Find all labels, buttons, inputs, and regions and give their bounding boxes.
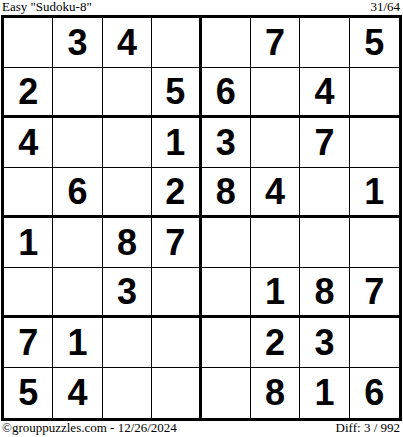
cell-r1c7 <box>300 18 349 68</box>
cell-r8c5 <box>202 368 251 418</box>
cell-r3c3 <box>103 118 152 168</box>
header: Easy "Sudoku-8" 31/64 <box>2 0 400 14</box>
cell-r5c4: 7 <box>152 218 201 268</box>
cell-r5c8 <box>350 218 399 268</box>
puzzle-counter: 31/64 <box>370 0 400 14</box>
cell-r3c7: 7 <box>300 118 349 168</box>
cell-r5c2 <box>53 218 102 268</box>
puzzle-title: Easy "Sudoku-8" <box>2 0 92 14</box>
cell-r6c6: 1 <box>251 268 300 318</box>
cell-r8c3 <box>103 368 152 418</box>
cell-r2c5: 6 <box>202 68 251 118</box>
cell-r5c7 <box>300 218 349 268</box>
cell-r7c8 <box>350 318 399 368</box>
cell-r6c5 <box>202 268 251 318</box>
cell-r7c2: 1 <box>53 318 102 368</box>
cell-r8c8: 6 <box>350 368 399 418</box>
cell-r1c3: 4 <box>103 18 152 68</box>
puzzle-page: Easy "Sudoku-8" 31/64 347525644137628411… <box>0 0 403 437</box>
cell-r4c2: 6 <box>53 168 102 218</box>
cell-r1c5 <box>202 18 251 68</box>
cell-r2c7: 4 <box>300 68 349 118</box>
cell-r1c8: 5 <box>350 18 399 68</box>
cell-r3c1: 4 <box>4 118 53 168</box>
cell-r7c7: 3 <box>300 318 349 368</box>
cell-r7c6: 2 <box>251 318 300 368</box>
difficulty-text: Diff: 3 / 992 <box>336 421 400 435</box>
cell-r6c4 <box>152 268 201 318</box>
cell-r3c2 <box>53 118 102 168</box>
cell-r4c4: 2 <box>152 168 201 218</box>
cell-r8c6: 8 <box>251 368 300 418</box>
cell-r5c1: 1 <box>4 218 53 268</box>
cell-r3c5: 3 <box>202 118 251 168</box>
cell-r8c1: 5 <box>4 368 53 418</box>
cell-r2c1: 2 <box>4 68 53 118</box>
cell-r3c4: 1 <box>152 118 201 168</box>
cell-r5c6 <box>251 218 300 268</box>
cell-r8c2: 4 <box>53 368 102 418</box>
cell-r6c7: 8 <box>300 268 349 318</box>
cell-r4c7 <box>300 168 349 218</box>
copyright-text: ©grouppuzzles.com - 12/26/2024 <box>2 421 177 435</box>
cell-r2c8 <box>350 68 399 118</box>
cell-r5c3: 8 <box>103 218 152 268</box>
cell-r3c8 <box>350 118 399 168</box>
cell-r4c3 <box>103 168 152 218</box>
cell-r5c5 <box>202 218 251 268</box>
cell-r6c3: 3 <box>103 268 152 318</box>
cell-r2c4: 5 <box>152 68 201 118</box>
cell-r6c1 <box>4 268 53 318</box>
cell-r4c5: 8 <box>202 168 251 218</box>
cell-r4c1 <box>4 168 53 218</box>
cell-r1c6: 7 <box>251 18 300 68</box>
cell-r4c6: 4 <box>251 168 300 218</box>
cell-r2c2 <box>53 68 102 118</box>
cell-r3c6 <box>251 118 300 168</box>
cell-r7c5 <box>202 318 251 368</box>
cell-r4c8: 1 <box>350 168 399 218</box>
cell-r7c4 <box>152 318 201 368</box>
footer: ©grouppuzzles.com - 12/26/2024 Diff: 3 /… <box>2 421 400 435</box>
cell-r6c8: 7 <box>350 268 399 318</box>
cell-r7c3 <box>103 318 152 368</box>
sudoku-board: 347525644137628411873187712354816 <box>1 15 402 421</box>
cell-r1c1 <box>4 18 53 68</box>
cell-r7c1: 7 <box>4 318 53 368</box>
cell-r1c4 <box>152 18 201 68</box>
cell-r8c4 <box>152 368 201 418</box>
cell-r2c6 <box>251 68 300 118</box>
cell-r6c2 <box>53 268 102 318</box>
cell-r2c3 <box>103 68 152 118</box>
cell-r1c2: 3 <box>53 18 102 68</box>
cell-r8c7: 1 <box>300 368 349 418</box>
